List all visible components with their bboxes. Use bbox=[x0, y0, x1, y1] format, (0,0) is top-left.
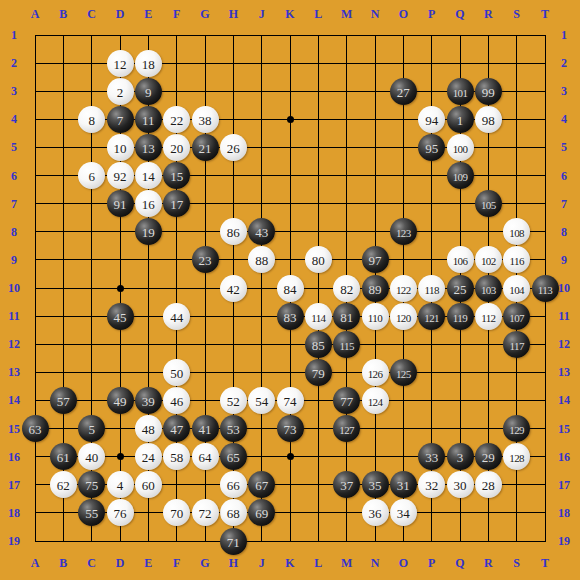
row-label-right: 19 bbox=[552, 534, 576, 548]
move-number: 26 bbox=[227, 141, 240, 156]
move-number: 28 bbox=[482, 478, 495, 493]
stone-white-h17[interactable]: 66 bbox=[220, 471, 247, 498]
stone-white-f14[interactable]: 46 bbox=[163, 387, 190, 414]
move-number: 116 bbox=[510, 255, 524, 267]
row-label-right: 17 bbox=[552, 478, 576, 492]
move-number: 121 bbox=[424, 312, 439, 324]
row-label-left: 5 bbox=[2, 140, 26, 154]
stone-black-m12[interactable]: 115 bbox=[333, 331, 360, 358]
move-number: 21 bbox=[199, 141, 212, 156]
stone-black-h15[interactable]: 53 bbox=[220, 415, 247, 442]
stone-black-e4[interactable]: 11 bbox=[135, 106, 162, 133]
stone-white-d17[interactable]: 4 bbox=[107, 471, 134, 498]
stone-black-a15[interactable]: 63 bbox=[22, 415, 49, 442]
col-label-bottom: P bbox=[420, 556, 444, 570]
move-number: 2 bbox=[117, 85, 124, 100]
stone-white-f18[interactable]: 70 bbox=[163, 499, 190, 526]
move-number: 12 bbox=[114, 57, 127, 72]
row-label-right: 14 bbox=[552, 393, 576, 407]
move-number: 57 bbox=[57, 394, 70, 409]
move-number: 9 bbox=[145, 85, 152, 100]
grid-line-horizontal bbox=[35, 344, 546, 345]
row-label-left: 1 bbox=[2, 28, 26, 42]
move-number: 124 bbox=[368, 396, 383, 408]
col-label-top: E bbox=[136, 7, 160, 21]
row-label-left: 6 bbox=[2, 169, 26, 183]
move-number: 24 bbox=[142, 450, 155, 465]
stone-black-m14[interactable]: 77 bbox=[333, 387, 360, 414]
move-number: 128 bbox=[509, 452, 524, 464]
stone-white-p17[interactable]: 32 bbox=[418, 471, 445, 498]
row-label-right: 11 bbox=[552, 309, 576, 323]
stone-black-o3[interactable]: 27 bbox=[390, 78, 417, 105]
stone-white-n11[interactable]: 110 bbox=[362, 303, 389, 330]
stone-black-d7[interactable]: 91 bbox=[107, 190, 134, 217]
row-label-left: 19 bbox=[2, 534, 26, 548]
stone-black-q11[interactable]: 119 bbox=[447, 303, 474, 330]
move-number: 71 bbox=[227, 535, 240, 550]
stone-black-g5[interactable]: 21 bbox=[192, 134, 219, 161]
move-number: 17 bbox=[170, 197, 183, 212]
move-number: 129 bbox=[509, 424, 524, 436]
move-number: 110 bbox=[368, 312, 382, 324]
row-label-right: 1 bbox=[552, 28, 576, 42]
move-number: 11 bbox=[142, 113, 155, 128]
stone-white-e2[interactable]: 18 bbox=[135, 50, 162, 77]
stone-black-r3[interactable]: 99 bbox=[475, 78, 502, 105]
stone-black-g15[interactable]: 41 bbox=[192, 415, 219, 442]
stone-white-f13[interactable]: 50 bbox=[163, 359, 190, 386]
stone-white-f5[interactable]: 20 bbox=[163, 134, 190, 161]
stone-black-d11[interactable]: 45 bbox=[107, 303, 134, 330]
move-number: 117 bbox=[510, 340, 524, 352]
col-label-top: Q bbox=[448, 7, 472, 21]
move-number: 62 bbox=[57, 478, 70, 493]
move-number: 109 bbox=[453, 171, 468, 183]
stone-white-d18[interactable]: 76 bbox=[107, 499, 134, 526]
move-number: 22 bbox=[170, 113, 183, 128]
stone-white-p4[interactable]: 94 bbox=[418, 106, 445, 133]
row-label-right: 9 bbox=[552, 253, 576, 267]
row-label-right: 12 bbox=[552, 337, 576, 351]
move-number: 31 bbox=[397, 478, 410, 493]
move-number: 105 bbox=[481, 199, 496, 211]
row-label-right: 7 bbox=[552, 197, 576, 211]
move-number: 32 bbox=[425, 478, 438, 493]
col-label-top: B bbox=[51, 7, 75, 21]
move-number: 108 bbox=[509, 227, 524, 239]
stone-white-j9[interactable]: 88 bbox=[248, 246, 275, 273]
row-label-left: 4 bbox=[2, 112, 26, 126]
stone-black-f15[interactable]: 47 bbox=[163, 415, 190, 442]
stone-white-e7[interactable]: 16 bbox=[135, 190, 162, 217]
move-number: 94 bbox=[425, 113, 438, 128]
stone-white-j14[interactable]: 54 bbox=[248, 387, 275, 414]
move-number: 53 bbox=[227, 422, 240, 437]
stone-white-d5[interactable]: 10 bbox=[107, 134, 134, 161]
move-number: 102 bbox=[481, 255, 496, 267]
move-number: 10 bbox=[114, 141, 127, 156]
col-label-bottom: Q bbox=[448, 556, 472, 570]
move-number: 4 bbox=[117, 478, 124, 493]
move-number: 65 bbox=[227, 450, 240, 465]
col-label-top: S bbox=[505, 7, 529, 21]
move-number: 115 bbox=[340, 340, 354, 352]
move-number: 85 bbox=[312, 338, 325, 353]
row-label-left: 7 bbox=[2, 197, 26, 211]
move-number: 20 bbox=[170, 141, 183, 156]
stone-white-q5[interactable]: 100 bbox=[447, 134, 474, 161]
stone-black-o8[interactable]: 123 bbox=[390, 218, 417, 245]
col-label-top: L bbox=[306, 7, 330, 21]
move-number: 19 bbox=[142, 225, 155, 240]
stone-white-c16[interactable]: 40 bbox=[78, 443, 105, 470]
move-number: 23 bbox=[199, 253, 212, 268]
move-number: 106 bbox=[453, 255, 468, 267]
stone-white-d2[interactable]: 12 bbox=[107, 50, 134, 77]
col-label-top: T bbox=[533, 7, 557, 21]
move-number: 60 bbox=[142, 478, 155, 493]
move-number: 84 bbox=[284, 282, 297, 297]
stone-black-o17[interactable]: 31 bbox=[390, 471, 417, 498]
stone-white-g4[interactable]: 38 bbox=[192, 106, 219, 133]
move-number: 125 bbox=[396, 368, 411, 380]
col-label-top: G bbox=[193, 7, 217, 21]
row-label-left: 13 bbox=[2, 365, 26, 379]
move-number: 35 bbox=[369, 478, 382, 493]
row-label-right: 5 bbox=[552, 140, 576, 154]
row-label-left: 9 bbox=[2, 253, 26, 267]
stone-black-k15[interactable]: 73 bbox=[277, 415, 304, 442]
move-number: 49 bbox=[114, 394, 127, 409]
col-label-bottom: R bbox=[476, 556, 500, 570]
stone-white-s8[interactable]: 108 bbox=[503, 218, 530, 245]
stone-black-n10[interactable]: 89 bbox=[362, 275, 389, 302]
move-number: 15 bbox=[170, 169, 183, 184]
row-label-left: 12 bbox=[2, 337, 26, 351]
row-label-right: 3 bbox=[552, 84, 576, 98]
move-number: 14 bbox=[142, 169, 155, 184]
stone-white-p10[interactable]: 118 bbox=[418, 275, 445, 302]
stone-white-h8[interactable]: 86 bbox=[220, 218, 247, 245]
stone-white-q17[interactable]: 30 bbox=[447, 471, 474, 498]
stone-white-m10[interactable]: 82 bbox=[333, 275, 360, 302]
stone-white-n18[interactable]: 36 bbox=[362, 499, 389, 526]
stone-black-d4[interactable]: 7 bbox=[107, 106, 134, 133]
col-label-bottom: T bbox=[533, 556, 557, 570]
move-number: 81 bbox=[340, 310, 353, 325]
move-number: 3 bbox=[457, 450, 464, 465]
stone-white-r4[interactable]: 98 bbox=[475, 106, 502, 133]
col-label-bottom: N bbox=[363, 556, 387, 570]
stone-white-o18[interactable]: 34 bbox=[390, 499, 417, 526]
move-number: 74 bbox=[284, 394, 297, 409]
stone-black-e8[interactable]: 19 bbox=[135, 218, 162, 245]
col-label-bottom: O bbox=[391, 556, 415, 570]
move-number: 104 bbox=[509, 284, 524, 296]
stone-black-r7[interactable]: 105 bbox=[475, 190, 502, 217]
stone-white-e6[interactable]: 14 bbox=[135, 162, 162, 189]
stone-black-n9[interactable]: 97 bbox=[362, 246, 389, 273]
move-number: 80 bbox=[312, 253, 325, 268]
col-label-bottom: G bbox=[193, 556, 217, 570]
move-number: 34 bbox=[397, 506, 410, 521]
row-label-right: 4 bbox=[552, 112, 576, 126]
stone-black-d14[interactable]: 49 bbox=[107, 387, 134, 414]
stone-black-m17[interactable]: 37 bbox=[333, 471, 360, 498]
stone-white-e15[interactable]: 48 bbox=[135, 415, 162, 442]
col-label-top: O bbox=[391, 7, 415, 21]
move-number: 39 bbox=[142, 394, 155, 409]
stone-white-n13[interactable]: 126 bbox=[362, 359, 389, 386]
move-number: 99 bbox=[482, 85, 495, 100]
row-label-left: 3 bbox=[2, 84, 26, 98]
move-number: 58 bbox=[170, 450, 183, 465]
stone-black-f7[interactable]: 17 bbox=[163, 190, 190, 217]
star-point bbox=[117, 285, 124, 292]
move-number: 55 bbox=[85, 506, 98, 521]
stone-white-h10[interactable]: 42 bbox=[220, 275, 247, 302]
stone-black-l13[interactable]: 79 bbox=[305, 359, 332, 386]
move-number: 25 bbox=[454, 282, 467, 297]
stone-black-q6[interactable]: 109 bbox=[447, 162, 474, 189]
stone-black-h16[interactable]: 65 bbox=[220, 443, 247, 470]
col-label-top: A bbox=[23, 7, 47, 21]
stone-black-q10[interactable]: 25 bbox=[447, 275, 474, 302]
col-label-bottom: E bbox=[136, 556, 160, 570]
move-number: 47 bbox=[170, 422, 183, 437]
stone-white-d6[interactable]: 92 bbox=[107, 162, 134, 189]
stone-black-o13[interactable]: 125 bbox=[390, 359, 417, 386]
stone-white-r11[interactable]: 112 bbox=[475, 303, 502, 330]
col-label-bottom: J bbox=[250, 556, 274, 570]
row-label-left: 2 bbox=[2, 56, 26, 70]
stone-black-b14[interactable]: 57 bbox=[50, 387, 77, 414]
col-label-top: F bbox=[165, 7, 189, 21]
stone-white-e17[interactable]: 60 bbox=[135, 471, 162, 498]
move-number: 1 bbox=[457, 113, 464, 128]
stone-black-f6[interactable]: 15 bbox=[163, 162, 190, 189]
col-label-bottom: F bbox=[165, 556, 189, 570]
star-point bbox=[287, 453, 294, 460]
move-number: 83 bbox=[284, 310, 297, 325]
stone-white-d3[interactable]: 2 bbox=[107, 78, 134, 105]
stone-black-j18[interactable]: 69 bbox=[248, 499, 275, 526]
stone-black-q3[interactable]: 101 bbox=[447, 78, 474, 105]
move-number: 40 bbox=[85, 450, 98, 465]
stone-black-c18[interactable]: 55 bbox=[78, 499, 105, 526]
stone-black-g9[interactable]: 23 bbox=[192, 246, 219, 273]
move-number: 13 bbox=[142, 141, 155, 156]
move-number: 82 bbox=[340, 282, 353, 297]
move-number: 119 bbox=[453, 312, 467, 324]
stone-black-b16[interactable]: 61 bbox=[50, 443, 77, 470]
stone-black-q16[interactable]: 3 bbox=[447, 443, 474, 470]
stone-white-s10[interactable]: 104 bbox=[503, 275, 530, 302]
move-number: 54 bbox=[255, 394, 268, 409]
row-label-left: 17 bbox=[2, 478, 26, 492]
move-number: 113 bbox=[538, 284, 552, 296]
row-label-left: 10 bbox=[2, 281, 26, 295]
move-number: 48 bbox=[142, 422, 155, 437]
move-number: 120 bbox=[396, 312, 411, 324]
move-number: 64 bbox=[199, 450, 212, 465]
stone-white-h5[interactable]: 26 bbox=[220, 134, 247, 161]
move-number: 95 bbox=[425, 141, 438, 156]
move-number: 92 bbox=[114, 169, 127, 184]
stone-white-o11[interactable]: 120 bbox=[390, 303, 417, 330]
move-number: 122 bbox=[396, 284, 411, 296]
move-number: 97 bbox=[369, 253, 382, 268]
col-label-bottom: M bbox=[335, 556, 359, 570]
row-label-right: 16 bbox=[552, 450, 576, 464]
row-label-right: 13 bbox=[552, 365, 576, 379]
move-number: 42 bbox=[227, 282, 240, 297]
stone-white-k10[interactable]: 84 bbox=[277, 275, 304, 302]
col-label-bottom: L bbox=[306, 556, 330, 570]
stone-white-s9[interactable]: 116 bbox=[503, 246, 530, 273]
stone-black-s11[interactable]: 107 bbox=[503, 303, 530, 330]
move-number: 61 bbox=[57, 450, 70, 465]
stone-white-s16[interactable]: 128 bbox=[503, 443, 530, 470]
move-number: 29 bbox=[482, 450, 495, 465]
grid-line-horizontal bbox=[35, 372, 546, 373]
stone-white-q9[interactable]: 106 bbox=[447, 246, 474, 273]
col-label-bottom: H bbox=[221, 556, 245, 570]
move-number: 123 bbox=[396, 227, 411, 239]
move-number: 76 bbox=[114, 506, 127, 521]
grid-line-vertical bbox=[318, 35, 319, 542]
stone-white-e16[interactable]: 24 bbox=[135, 443, 162, 470]
col-label-bottom: B bbox=[51, 556, 75, 570]
move-number: 38 bbox=[199, 113, 212, 128]
move-number: 70 bbox=[170, 506, 183, 521]
stone-black-p11[interactable]: 121 bbox=[418, 303, 445, 330]
stone-black-m15[interactable]: 127 bbox=[333, 415, 360, 442]
stone-black-l12[interactable]: 85 bbox=[305, 331, 332, 358]
move-number: 73 bbox=[284, 422, 297, 437]
col-label-bottom: A bbox=[23, 556, 47, 570]
row-label-left: 8 bbox=[2, 225, 26, 239]
move-number: 126 bbox=[368, 368, 383, 380]
stone-white-r9[interactable]: 102 bbox=[475, 246, 502, 273]
stone-white-c4[interactable]: 8 bbox=[78, 106, 105, 133]
col-label-bottom: D bbox=[108, 556, 132, 570]
col-label-top: C bbox=[80, 7, 104, 21]
stone-white-r17[interactable]: 28 bbox=[475, 471, 502, 498]
move-number: 37 bbox=[340, 478, 353, 493]
stone-black-r16[interactable]: 29 bbox=[475, 443, 502, 470]
move-number: 18 bbox=[142, 57, 155, 72]
col-label-top: N bbox=[363, 7, 387, 21]
stone-white-l9[interactable]: 80 bbox=[305, 246, 332, 273]
move-number: 91 bbox=[114, 197, 127, 212]
stone-white-g16[interactable]: 64 bbox=[192, 443, 219, 470]
row-label-right: 6 bbox=[552, 169, 576, 183]
stone-black-c17[interactable]: 75 bbox=[78, 471, 105, 498]
stone-black-s15[interactable]: 129 bbox=[503, 415, 530, 442]
col-label-top: H bbox=[221, 7, 245, 21]
stone-black-e3[interactable]: 9 bbox=[135, 78, 162, 105]
move-number: 75 bbox=[85, 478, 98, 493]
move-number: 45 bbox=[114, 310, 127, 325]
stone-white-f4[interactable]: 22 bbox=[163, 106, 190, 133]
move-number: 52 bbox=[227, 394, 240, 409]
move-number: 100 bbox=[453, 143, 468, 155]
stone-black-e14[interactable]: 39 bbox=[135, 387, 162, 414]
star-point bbox=[117, 453, 124, 460]
move-number: 86 bbox=[227, 225, 240, 240]
move-number: 72 bbox=[199, 506, 212, 521]
row-label-left: 14 bbox=[2, 393, 26, 407]
star-point bbox=[287, 116, 294, 123]
stone-black-k11[interactable]: 83 bbox=[277, 303, 304, 330]
stone-black-q4[interactable]: 1 bbox=[447, 106, 474, 133]
stone-black-t10[interactable]: 113 bbox=[532, 275, 559, 302]
stone-black-h19[interactable]: 71 bbox=[220, 528, 247, 555]
stone-white-h14[interactable]: 52 bbox=[220, 387, 247, 414]
move-number: 103 bbox=[481, 284, 496, 296]
move-number: 27 bbox=[397, 85, 410, 100]
move-number: 89 bbox=[369, 282, 382, 297]
stone-black-p5[interactable]: 95 bbox=[418, 134, 445, 161]
stone-black-j17[interactable]: 67 bbox=[248, 471, 275, 498]
stone-white-f16[interactable]: 58 bbox=[163, 443, 190, 470]
stone-white-l11[interactable]: 114 bbox=[305, 303, 332, 330]
col-label-bottom: K bbox=[278, 556, 302, 570]
row-label-right: 8 bbox=[552, 225, 576, 239]
move-number: 5 bbox=[88, 422, 95, 437]
move-number: 77 bbox=[340, 394, 353, 409]
move-number: 36 bbox=[369, 506, 382, 521]
stone-white-h18[interactable]: 68 bbox=[220, 499, 247, 526]
move-number: 6 bbox=[88, 169, 95, 184]
move-number: 101 bbox=[453, 87, 468, 99]
row-label-left: 11 bbox=[2, 309, 26, 323]
stone-white-f11[interactable]: 44 bbox=[163, 303, 190, 330]
stone-black-r10[interactable]: 103 bbox=[475, 275, 502, 302]
stone-white-b17[interactable]: 62 bbox=[50, 471, 77, 498]
move-number: 69 bbox=[255, 506, 268, 521]
go-board[interactable]: AABBCCDDEEFFGGHHJJKKLLMMNNOOPPQQRRSSTT11… bbox=[0, 0, 580, 580]
col-label-bottom: S bbox=[505, 556, 529, 570]
grid-line-horizontal bbox=[35, 541, 546, 542]
col-label-top: D bbox=[108, 7, 132, 21]
stone-black-n17[interactable]: 35 bbox=[362, 471, 389, 498]
col-label-top: R bbox=[476, 7, 500, 21]
stone-white-n14[interactable]: 124 bbox=[362, 387, 389, 414]
stone-white-o10[interactable]: 122 bbox=[390, 275, 417, 302]
move-number: 67 bbox=[255, 478, 268, 493]
stone-white-c6[interactable]: 6 bbox=[78, 162, 105, 189]
stone-black-m11[interactable]: 81 bbox=[333, 303, 360, 330]
col-label-top: P bbox=[420, 7, 444, 21]
move-number: 41 bbox=[199, 422, 212, 437]
move-number: 33 bbox=[425, 450, 438, 465]
move-number: 68 bbox=[227, 506, 240, 521]
stone-black-e5[interactable]: 13 bbox=[135, 134, 162, 161]
stone-white-k14[interactable]: 74 bbox=[277, 387, 304, 414]
move-number: 50 bbox=[170, 366, 183, 381]
stone-white-g18[interactable]: 72 bbox=[192, 499, 219, 526]
stone-black-s12[interactable]: 117 bbox=[503, 331, 530, 358]
move-number: 66 bbox=[227, 478, 240, 493]
col-label-top: J bbox=[250, 7, 274, 21]
stone-black-c15[interactable]: 5 bbox=[78, 415, 105, 442]
stone-black-j8[interactable]: 43 bbox=[248, 218, 275, 245]
stone-black-p16[interactable]: 33 bbox=[418, 443, 445, 470]
row-label-right: 15 bbox=[552, 422, 576, 436]
